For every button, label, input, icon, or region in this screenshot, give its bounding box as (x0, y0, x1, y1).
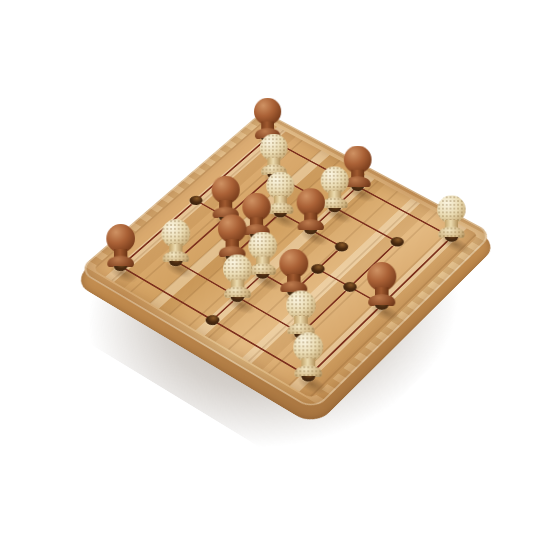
peg-dark-g4[interactable] (366, 262, 397, 311)
peg-light-g1[interactable] (292, 333, 324, 383)
peg-dark-a1[interactable] (105, 224, 136, 272)
board-scene (131, 96, 443, 408)
product-photo-stage (0, 0, 560, 560)
peg-light-d2[interactable] (222, 254, 253, 302)
peg-light-g7[interactable] (437, 195, 467, 242)
peg-dark-d5[interactable] (296, 188, 326, 235)
morris-board (77, 111, 493, 411)
peg-light-b2[interactable] (161, 219, 192, 267)
